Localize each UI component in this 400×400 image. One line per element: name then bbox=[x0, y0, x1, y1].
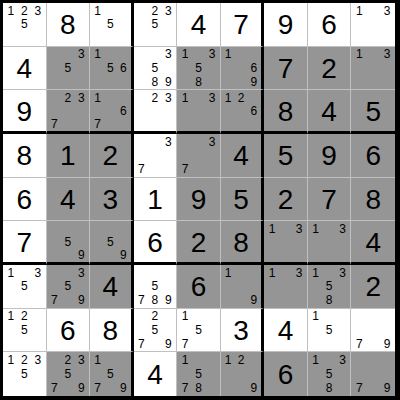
cell-r6c7[interactable]: 13 bbox=[264, 221, 308, 265]
solved-digit: 6 bbox=[365, 142, 381, 170]
empty-mark-slot bbox=[91, 235, 104, 248]
empty-mark-slot bbox=[205, 104, 219, 117]
cell-r4c1[interactable]: 8 bbox=[3, 134, 47, 178]
cell-r1c3[interactable]: 15 bbox=[90, 3, 134, 47]
cell-r8c2[interactable]: 6 bbox=[47, 309, 91, 353]
empty-mark-slot bbox=[61, 48, 75, 62]
candidate-digit-9: 9 bbox=[75, 248, 89, 261]
solved-digit: 6 bbox=[278, 361, 294, 389]
pencil-marks: 1358 bbox=[309, 266, 350, 307]
cell-r7c2[interactable]: 3579 bbox=[47, 265, 91, 309]
empty-mark-slot bbox=[148, 337, 162, 351]
empty-mark-slot bbox=[235, 293, 248, 307]
empty-mark-slot bbox=[265, 235, 279, 248]
solved-digit: 9 bbox=[321, 142, 337, 170]
cell-r9c2[interactable]: 23579 bbox=[47, 352, 91, 396]
cell-r5c4[interactable]: 1 bbox=[134, 178, 178, 222]
candidate-digit-8: 8 bbox=[192, 381, 206, 395]
candidate-digit-3: 3 bbox=[336, 222, 350, 235]
pencil-marks: 129 bbox=[222, 353, 261, 395]
empty-mark-slot bbox=[48, 248, 62, 261]
candidate-digit-8: 8 bbox=[322, 381, 336, 395]
cell-r3c7[interactable]: 8 bbox=[264, 90, 308, 134]
candidate-digit-7: 7 bbox=[48, 293, 62, 307]
empty-mark-slot bbox=[336, 310, 350, 324]
cell-r2c4[interactable]: 3589 bbox=[134, 47, 178, 91]
cell-r8c9[interactable]: 79 bbox=[351, 309, 395, 353]
candidate-digit-7: 7 bbox=[352, 381, 366, 395]
empty-mark-slot bbox=[192, 149, 206, 163]
cell-r8c7[interactable]: 4 bbox=[264, 309, 308, 353]
empty-mark-slot bbox=[178, 117, 192, 130]
candidate-digit-7: 7 bbox=[178, 162, 192, 176]
candidate-digit-1: 1 bbox=[178, 353, 192, 367]
empty-mark-slot bbox=[91, 75, 104, 89]
empty-mark-slot bbox=[135, 104, 149, 117]
empty-mark-slot bbox=[4, 293, 18, 307]
candidate-digit-2: 2 bbox=[18, 4, 32, 18]
pencil-marks: 125 bbox=[4, 310, 45, 351]
cell-r3c8[interactable]: 4 bbox=[308, 90, 352, 134]
empty-mark-slot bbox=[322, 266, 336, 280]
candidate-digit-5: 5 bbox=[104, 61, 117, 75]
empty-mark-slot bbox=[235, 75, 248, 89]
empty-mark-slot bbox=[222, 61, 235, 75]
pencil-marks: 1358 bbox=[178, 48, 219, 89]
empty-mark-slot bbox=[309, 235, 323, 248]
empty-mark-slot bbox=[48, 75, 62, 89]
solved-digit: 4 bbox=[365, 229, 381, 257]
candidate-digit-2: 2 bbox=[235, 353, 248, 367]
cell-r5c6[interactable]: 5 bbox=[221, 178, 265, 222]
empty-mark-slot bbox=[366, 48, 380, 62]
cell-r5c5[interactable]: 9 bbox=[177, 178, 221, 222]
empty-mark-slot bbox=[162, 117, 176, 130]
empty-mark-slot bbox=[4, 18, 18, 32]
pencil-marks: 156 bbox=[91, 48, 130, 89]
candidate-digit-1: 1 bbox=[222, 48, 235, 62]
cell-r9c5[interactable]: 1578 bbox=[177, 352, 221, 396]
empty-mark-slot bbox=[18, 293, 32, 307]
solved-digit: 4 bbox=[16, 55, 32, 83]
cell-r6c6[interactable]: 8 bbox=[221, 221, 265, 265]
cell-r7c6[interactable]: 19 bbox=[221, 265, 265, 309]
empty-mark-slot bbox=[380, 353, 394, 367]
candidate-digit-3: 3 bbox=[31, 4, 45, 18]
empty-mark-slot bbox=[135, 310, 149, 324]
cell-r5c7[interactable]: 2 bbox=[264, 178, 308, 222]
cell-r3c6[interactable]: 126 bbox=[221, 90, 265, 134]
empty-mark-slot bbox=[104, 48, 117, 62]
cell-r8c6[interactable]: 3 bbox=[221, 309, 265, 353]
empty-mark-slot bbox=[61, 104, 75, 117]
candidate-digit-3: 3 bbox=[380, 48, 394, 62]
cell-r2c6[interactable]: 169 bbox=[221, 47, 265, 91]
candidate-digit-9: 9 bbox=[117, 381, 130, 395]
empty-mark-slot bbox=[31, 381, 45, 395]
empty-mark-slot bbox=[48, 266, 62, 280]
empty-mark-slot bbox=[31, 18, 45, 32]
pencil-marks: 15 bbox=[91, 4, 130, 45]
empty-mark-slot bbox=[336, 367, 350, 381]
cell-r7c3[interactable]: 4 bbox=[90, 265, 134, 309]
cell-r6c1[interactable]: 7 bbox=[3, 221, 47, 265]
empty-mark-slot bbox=[61, 248, 75, 261]
cell-r4c4[interactable]: 37 bbox=[134, 134, 178, 178]
empty-mark-slot bbox=[104, 248, 117, 261]
cell-r7c7[interactable]: 13 bbox=[264, 265, 308, 309]
empty-mark-slot bbox=[75, 61, 89, 75]
candidate-digit-5: 5 bbox=[104, 18, 117, 32]
empty-mark-slot bbox=[104, 381, 117, 395]
empty-mark-slot bbox=[366, 353, 380, 367]
empty-mark-slot bbox=[205, 337, 219, 351]
empty-mark-slot bbox=[135, 48, 149, 62]
empty-mark-slot bbox=[352, 367, 366, 381]
empty-mark-slot bbox=[235, 104, 248, 117]
pencil-marks: 79 bbox=[352, 353, 394, 395]
solved-digit: 8 bbox=[233, 229, 249, 257]
cell-r1c4[interactable]: 235 bbox=[134, 3, 178, 47]
candidate-digit-7: 7 bbox=[91, 381, 104, 395]
cell-r4c2[interactable]: 1 bbox=[47, 134, 91, 178]
solved-digit: 2 bbox=[191, 229, 207, 257]
cell-r2c7[interactable]: 7 bbox=[264, 47, 308, 91]
solved-digit: 8 bbox=[365, 186, 381, 214]
candidate-digit-3: 3 bbox=[336, 266, 350, 280]
empty-mark-slot bbox=[192, 117, 206, 130]
cell-r9c6[interactable]: 129 bbox=[221, 352, 265, 396]
empty-mark-slot bbox=[162, 104, 176, 117]
cell-r6c9[interactable]: 4 bbox=[351, 221, 395, 265]
empty-mark-slot bbox=[366, 75, 380, 89]
cell-r4c6[interactable]: 4 bbox=[221, 134, 265, 178]
empty-mark-slot bbox=[31, 31, 45, 45]
empty-mark-slot bbox=[279, 280, 293, 294]
pencil-marks: 1578 bbox=[178, 353, 219, 395]
candidate-digit-1: 1 bbox=[91, 4, 104, 18]
empty-mark-slot bbox=[265, 248, 279, 261]
candidate-digit-3: 3 bbox=[205, 48, 219, 62]
pencil-marks: 79 bbox=[352, 310, 394, 351]
cell-r8c3[interactable]: 8 bbox=[90, 309, 134, 353]
empty-mark-slot bbox=[104, 4, 117, 18]
cell-r2c5[interactable]: 1358 bbox=[177, 47, 221, 91]
candidate-digit-3: 3 bbox=[292, 266, 306, 280]
empty-mark-slot bbox=[148, 117, 162, 130]
candidate-digit-5: 5 bbox=[148, 61, 162, 75]
cell-r7c1[interactable]: 135 bbox=[3, 265, 47, 309]
empty-mark-slot bbox=[178, 367, 192, 381]
empty-mark-slot bbox=[148, 31, 162, 45]
cell-r3c5[interactable]: 13 bbox=[177, 90, 221, 134]
empty-mark-slot bbox=[279, 222, 293, 235]
candidate-digit-5: 5 bbox=[18, 280, 32, 294]
cell-r9c9[interactable]: 79 bbox=[351, 352, 395, 396]
candidate-digit-5: 5 bbox=[322, 367, 336, 381]
cell-r5c3[interactable]: 3 bbox=[90, 178, 134, 222]
cell-r3c1[interactable]: 9 bbox=[3, 90, 47, 134]
candidate-digit-3: 3 bbox=[162, 4, 176, 18]
pencil-marks: 5789 bbox=[135, 266, 176, 307]
empty-mark-slot bbox=[265, 293, 279, 307]
empty-mark-slot bbox=[192, 353, 206, 367]
pencil-marks: 13 bbox=[352, 48, 394, 89]
cell-r2c8[interactable]: 2 bbox=[308, 47, 352, 91]
empty-mark-slot bbox=[48, 48, 62, 62]
cell-r1c7[interactable]: 9 bbox=[264, 3, 308, 47]
empty-mark-slot bbox=[117, 4, 130, 18]
solved-digit: 2 bbox=[365, 273, 381, 301]
empty-mark-slot bbox=[75, 75, 89, 89]
empty-mark-slot bbox=[31, 310, 45, 324]
empty-mark-slot bbox=[31, 323, 45, 337]
solved-digit: 6 bbox=[147, 229, 163, 257]
cell-r9c8[interactable]: 1358 bbox=[308, 352, 352, 396]
empty-mark-slot bbox=[366, 310, 380, 324]
cell-r5c2[interactable]: 4 bbox=[47, 178, 91, 222]
empty-mark-slot bbox=[162, 323, 176, 337]
empty-mark-slot bbox=[235, 266, 248, 280]
empty-mark-slot bbox=[352, 31, 366, 45]
cell-r2c3[interactable]: 156 bbox=[90, 47, 134, 91]
cell-r4c3[interactable]: 2 bbox=[90, 134, 134, 178]
candidate-digit-5: 5 bbox=[104, 367, 117, 381]
empty-mark-slot bbox=[104, 31, 117, 45]
pencil-marks: 59 bbox=[91, 222, 130, 261]
cell-r6c2[interactable]: 59 bbox=[47, 221, 91, 265]
cell-r5c8[interactable]: 7 bbox=[308, 178, 352, 222]
empty-mark-slot bbox=[205, 162, 219, 176]
empty-mark-slot bbox=[205, 323, 219, 337]
pencil-marks: 235 bbox=[135, 4, 176, 45]
cell-r8c8[interactable]: 15 bbox=[308, 309, 352, 353]
cell-r1c9[interactable]: 13 bbox=[351, 3, 395, 47]
sudoku-board: 1235815235479613435156358913581697213923… bbox=[0, 0, 400, 400]
empty-mark-slot bbox=[178, 104, 192, 117]
cell-r2c2[interactable]: 35 bbox=[47, 47, 91, 91]
empty-mark-slot bbox=[4, 367, 18, 381]
candidate-digit-3: 3 bbox=[336, 353, 350, 367]
pencil-marks: 2579 bbox=[135, 310, 176, 351]
candidate-digit-3: 3 bbox=[75, 266, 89, 280]
empty-mark-slot bbox=[148, 149, 162, 163]
cell-r2c9[interactable]: 13 bbox=[351, 47, 395, 91]
empty-mark-slot bbox=[265, 280, 279, 294]
cell-r9c3[interactable]: 1579 bbox=[90, 352, 134, 396]
cell-r3c9[interactable]: 5 bbox=[351, 90, 395, 134]
empty-mark-slot bbox=[91, 18, 104, 32]
candidate-digit-2: 2 bbox=[18, 353, 32, 367]
empty-mark-slot bbox=[148, 266, 162, 280]
empty-mark-slot bbox=[4, 381, 18, 395]
solved-digit: 6 bbox=[191, 273, 207, 301]
empty-mark-slot bbox=[178, 135, 192, 149]
empty-mark-slot bbox=[135, 4, 149, 18]
empty-mark-slot bbox=[235, 280, 248, 294]
cell-r1c6[interactable]: 7 bbox=[221, 3, 265, 47]
empty-mark-slot bbox=[104, 222, 117, 235]
empty-mark-slot bbox=[222, 104, 235, 117]
candidate-digit-8: 8 bbox=[148, 293, 162, 307]
empty-mark-slot bbox=[75, 117, 89, 130]
empty-mark-slot bbox=[18, 31, 32, 45]
empty-mark-slot bbox=[352, 353, 366, 367]
empty-mark-slot bbox=[48, 61, 62, 75]
empty-mark-slot bbox=[235, 61, 248, 75]
candidate-digit-9: 9 bbox=[75, 381, 89, 395]
empty-mark-slot bbox=[75, 280, 89, 294]
empty-mark-slot bbox=[192, 135, 206, 149]
empty-mark-slot bbox=[91, 61, 104, 75]
empty-mark-slot bbox=[247, 48, 260, 62]
candidate-digit-5: 5 bbox=[104, 235, 117, 248]
cell-r3c3[interactable]: 167 bbox=[90, 90, 134, 134]
cell-r5c1[interactable]: 6 bbox=[3, 178, 47, 222]
empty-mark-slot bbox=[148, 135, 162, 149]
empty-mark-slot bbox=[48, 91, 62, 104]
candidate-digit-2: 2 bbox=[61, 353, 75, 367]
empty-mark-slot bbox=[148, 162, 162, 176]
empty-mark-slot bbox=[292, 280, 306, 294]
candidate-digit-5: 5 bbox=[61, 61, 75, 75]
candidate-digit-7: 7 bbox=[48, 381, 62, 395]
cell-r8c1[interactable]: 125 bbox=[3, 309, 47, 353]
empty-mark-slot bbox=[148, 104, 162, 117]
empty-mark-slot bbox=[247, 91, 260, 104]
candidate-digit-9: 9 bbox=[117, 248, 130, 261]
empty-mark-slot bbox=[178, 149, 192, 163]
solved-digit: 5 bbox=[278, 142, 294, 170]
empty-mark-slot bbox=[117, 31, 130, 45]
pencil-marks: 3579 bbox=[48, 266, 89, 307]
solved-digit: 4 bbox=[60, 186, 76, 214]
cell-r1c8[interactable]: 6 bbox=[308, 3, 352, 47]
empty-mark-slot bbox=[222, 117, 235, 130]
empty-mark-slot bbox=[162, 149, 176, 163]
cell-r3c4[interactable]: 23 bbox=[134, 90, 178, 134]
candidate-digit-1: 1 bbox=[309, 353, 323, 367]
empty-mark-slot bbox=[135, 61, 149, 75]
cell-r5c9[interactable]: 8 bbox=[351, 178, 395, 222]
empty-mark-slot bbox=[322, 248, 336, 261]
empty-mark-slot bbox=[222, 293, 235, 307]
pencil-marks: 169 bbox=[222, 48, 261, 89]
solved-digit: 8 bbox=[103, 317, 119, 345]
pencil-marks: 23 bbox=[135, 91, 176, 130]
empty-mark-slot bbox=[205, 353, 219, 367]
solved-digit: 5 bbox=[365, 98, 381, 126]
empty-mark-slot bbox=[205, 310, 219, 324]
cell-r1c2[interactable]: 8 bbox=[47, 3, 91, 47]
candidate-digit-3: 3 bbox=[380, 4, 394, 18]
cell-r7c5[interactable]: 6 bbox=[177, 265, 221, 309]
solved-digit: 7 bbox=[321, 186, 337, 214]
candidate-digit-6: 6 bbox=[117, 61, 130, 75]
cell-r6c8[interactable]: 13 bbox=[308, 221, 352, 265]
empty-mark-slot bbox=[235, 117, 248, 130]
empty-mark-slot bbox=[162, 162, 176, 176]
cell-r8c5[interactable]: 157 bbox=[177, 309, 221, 353]
empty-mark-slot bbox=[31, 293, 45, 307]
pencil-marks: 126 bbox=[222, 91, 261, 130]
cell-r1c5[interactable]: 4 bbox=[177, 3, 221, 47]
cell-r9c7[interactable]: 6 bbox=[264, 352, 308, 396]
cell-r6c5[interactable]: 2 bbox=[177, 221, 221, 265]
candidate-digit-1: 1 bbox=[4, 4, 18, 18]
empty-mark-slot bbox=[48, 235, 62, 248]
candidate-digit-6: 6 bbox=[247, 61, 260, 75]
candidate-digit-1: 1 bbox=[352, 48, 366, 62]
cell-r7c9[interactable]: 2 bbox=[351, 265, 395, 309]
empty-mark-slot bbox=[366, 31, 380, 45]
empty-mark-slot bbox=[135, 280, 149, 294]
cell-r4c8[interactable]: 9 bbox=[308, 134, 352, 178]
solved-digit: 8 bbox=[278, 98, 294, 126]
cell-r3c2[interactable]: 237 bbox=[47, 90, 91, 134]
empty-mark-slot bbox=[336, 280, 350, 294]
empty-mark-slot bbox=[309, 293, 323, 307]
cell-r1c1[interactable]: 1235 bbox=[3, 3, 47, 47]
cell-r7c8[interactable]: 1358 bbox=[308, 265, 352, 309]
empty-mark-slot bbox=[91, 222, 104, 235]
solved-digit: 4 bbox=[103, 273, 119, 301]
candidate-digit-5: 5 bbox=[61, 280, 75, 294]
empty-mark-slot bbox=[279, 248, 293, 261]
empty-mark-slot bbox=[75, 104, 89, 117]
empty-mark-slot bbox=[48, 280, 62, 294]
pencil-marks: 237 bbox=[48, 91, 89, 130]
solved-digit: 3 bbox=[233, 317, 249, 345]
cell-r9c1[interactable]: 1235 bbox=[3, 352, 47, 396]
empty-mark-slot bbox=[336, 323, 350, 337]
candidate-digit-7: 7 bbox=[178, 381, 192, 395]
candidate-digit-7: 7 bbox=[91, 117, 104, 130]
solved-digit: 4 bbox=[321, 98, 337, 126]
empty-mark-slot bbox=[4, 337, 18, 351]
empty-mark-slot bbox=[352, 323, 366, 337]
candidate-digit-3: 3 bbox=[205, 91, 219, 104]
empty-mark-slot bbox=[192, 310, 206, 324]
empty-mark-slot bbox=[366, 18, 380, 32]
empty-mark-slot bbox=[235, 48, 248, 62]
empty-mark-slot bbox=[104, 75, 117, 89]
candidate-digit-9: 9 bbox=[162, 293, 176, 307]
candidate-digit-1: 1 bbox=[91, 91, 104, 104]
empty-mark-slot bbox=[380, 323, 394, 337]
pencil-marks: 13 bbox=[309, 222, 350, 261]
candidate-digit-9: 9 bbox=[247, 293, 260, 307]
empty-mark-slot bbox=[135, 323, 149, 337]
cell-r8c4[interactable]: 2579 bbox=[134, 309, 178, 353]
candidate-digit-3: 3 bbox=[31, 353, 45, 367]
cell-r4c5[interactable]: 37 bbox=[177, 134, 221, 178]
cell-r7c4[interactable]: 5789 bbox=[134, 265, 178, 309]
cell-r6c3[interactable]: 59 bbox=[90, 221, 134, 265]
cell-r6c4[interactable]: 6 bbox=[134, 221, 178, 265]
cell-r9c4[interactable]: 4 bbox=[134, 352, 178, 396]
candidate-digit-1: 1 bbox=[178, 91, 192, 104]
cell-r4c9[interactable]: 6 bbox=[351, 134, 395, 178]
cell-r2c1[interactable]: 4 bbox=[3, 47, 47, 91]
empty-mark-slot bbox=[247, 117, 260, 130]
candidate-digit-6: 6 bbox=[117, 104, 130, 117]
cell-r4c7[interactable]: 5 bbox=[264, 134, 308, 178]
empty-mark-slot bbox=[366, 337, 380, 351]
candidate-digit-3: 3 bbox=[31, 266, 45, 280]
solved-digit: 9 bbox=[278, 11, 294, 39]
empty-mark-slot bbox=[205, 117, 219, 130]
